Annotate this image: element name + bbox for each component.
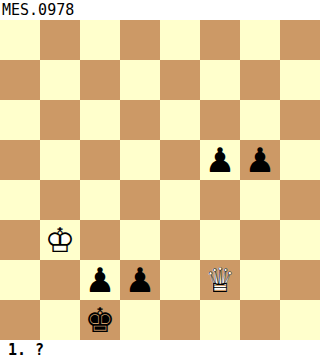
square-d7[interactable] — [120, 60, 160, 100]
square-d6[interactable] — [120, 100, 160, 140]
square-a3[interactable] — [0, 220, 40, 260]
square-c7[interactable] — [80, 60, 120, 100]
square-d2[interactable]: ♟ — [120, 260, 160, 300]
piece-black-pawn: ♟ — [120, 260, 160, 300]
square-g4[interactable] — [240, 180, 280, 220]
square-g7[interactable] — [240, 60, 280, 100]
square-e3[interactable] — [160, 220, 200, 260]
square-g5[interactable]: ♟ — [240, 140, 280, 180]
square-h3[interactable] — [280, 220, 320, 260]
square-d4[interactable] — [120, 180, 160, 220]
square-f7[interactable] — [200, 60, 240, 100]
square-a6[interactable] — [0, 100, 40, 140]
square-h5[interactable] — [280, 140, 320, 180]
square-b5[interactable] — [40, 140, 80, 180]
piece-white-queen: ♛♕ — [200, 260, 240, 300]
square-a8[interactable] — [0, 20, 40, 60]
chess-board: ♟♟♚♔♟♟♛♕♚ — [0, 20, 320, 340]
square-f3[interactable] — [200, 220, 240, 260]
square-c3[interactable] — [80, 220, 120, 260]
piece-black-pawn: ♟ — [80, 260, 120, 300]
square-g3[interactable] — [240, 220, 280, 260]
square-f8[interactable] — [200, 20, 240, 60]
square-e8[interactable] — [160, 20, 200, 60]
square-a4[interactable] — [0, 180, 40, 220]
square-d1[interactable] — [120, 300, 160, 340]
square-e7[interactable] — [160, 60, 200, 100]
square-c8[interactable] — [80, 20, 120, 60]
diagram-title: MES.0978 — [0, 0, 320, 20]
square-a2[interactable] — [0, 260, 40, 300]
square-b7[interactable] — [40, 60, 80, 100]
square-a5[interactable] — [0, 140, 40, 180]
square-c4[interactable] — [80, 180, 120, 220]
square-c5[interactable] — [80, 140, 120, 180]
square-b3[interactable]: ♚♔ — [40, 220, 80, 260]
square-e1[interactable] — [160, 300, 200, 340]
square-h7[interactable] — [280, 60, 320, 100]
piece-black-king: ♚ — [80, 300, 120, 340]
square-e2[interactable] — [160, 260, 200, 300]
square-g2[interactable] — [240, 260, 280, 300]
square-c2[interactable]: ♟ — [80, 260, 120, 300]
square-b1[interactable] — [40, 300, 80, 340]
square-f2[interactable]: ♛♕ — [200, 260, 240, 300]
square-f1[interactable] — [200, 300, 240, 340]
square-f5[interactable]: ♟ — [200, 140, 240, 180]
square-h8[interactable] — [280, 20, 320, 60]
white-king-outline-glyph: ♔ — [40, 220, 80, 260]
piece-white-king: ♚♔ — [40, 220, 80, 260]
square-c1[interactable]: ♚ — [80, 300, 120, 340]
square-f6[interactable] — [200, 100, 240, 140]
square-e4[interactable] — [160, 180, 200, 220]
square-h2[interactable] — [280, 260, 320, 300]
square-b2[interactable] — [40, 260, 80, 300]
square-e5[interactable] — [160, 140, 200, 180]
square-b8[interactable] — [40, 20, 80, 60]
square-b4[interactable] — [40, 180, 80, 220]
square-h6[interactable] — [280, 100, 320, 140]
square-a1[interactable] — [0, 300, 40, 340]
square-c6[interactable] — [80, 100, 120, 140]
square-f4[interactable] — [200, 180, 240, 220]
square-g8[interactable] — [240, 20, 280, 60]
square-b6[interactable] — [40, 100, 80, 140]
square-a7[interactable] — [0, 60, 40, 100]
move-prompt: 1. ? — [0, 340, 320, 360]
piece-black-pawn: ♟ — [240, 140, 280, 180]
white-queen-outline-glyph: ♕ — [200, 260, 240, 300]
square-g6[interactable] — [240, 100, 280, 140]
square-e6[interactable] — [160, 100, 200, 140]
square-h4[interactable] — [280, 180, 320, 220]
square-h1[interactable] — [280, 300, 320, 340]
square-g1[interactable] — [240, 300, 280, 340]
piece-black-pawn: ♟ — [200, 140, 240, 180]
square-d8[interactable] — [120, 20, 160, 60]
square-d5[interactable] — [120, 140, 160, 180]
square-d3[interactable] — [120, 220, 160, 260]
